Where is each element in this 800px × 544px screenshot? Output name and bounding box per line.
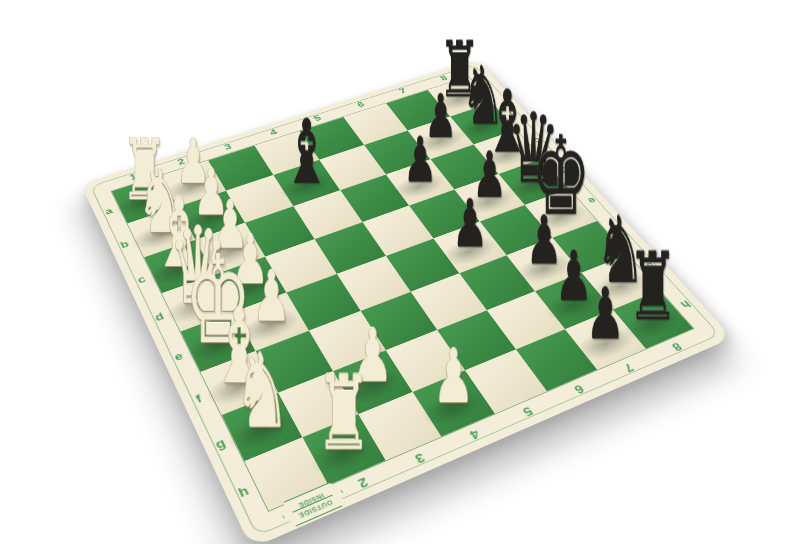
piece-black-pawn-h7[interactable]: ♟: [586, 280, 625, 351]
chess-board: ♜♟♜♞♟♝♟♞♝♟♟♝♛♟♟♛♚♟♟♚♝♟♞♟♟♞♜♟♟♜: [112, 77, 693, 511]
piece-white-rook-h2[interactable]: ♜: [315, 363, 372, 465]
piece-black-bishop-b4[interactable]: ♝: [282, 108, 331, 196]
piece-black-rook-h8[interactable]: ♜: [627, 241, 678, 334]
piece-white-pawn-h4[interactable]: ♟: [433, 340, 474, 414]
piece-black-pawn-e6[interactable]: ♟: [452, 192, 488, 258]
chess-mat: ♜♟♜♞♟♝♟♞♝♟♟♝♛♟♟♛♚♟♟♚♝♟♞♟♟♞♜♟♟♜ 12345678 …: [81, 59, 733, 544]
piece-white-knight-g1[interactable]: ♞: [233, 340, 290, 443]
product-photo-scene: ♜♟♜♞♟♝♟♞♝♟♟♝♛♟♟♛♚♟♟♚♝♟♞♟♟♞♜♟♟♜ 12345678 …: [0, 0, 800, 544]
piece-black-pawn-c6[interactable]: ♟: [403, 130, 437, 192]
